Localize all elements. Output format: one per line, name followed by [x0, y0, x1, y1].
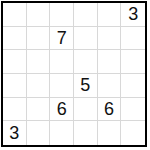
- cell-r1c1[interactable]: [3, 3, 27, 27]
- cell-r2c6[interactable]: [121, 27, 145, 51]
- cell-r5c1[interactable]: [3, 98, 27, 122]
- cell-r3c5[interactable]: [98, 50, 122, 74]
- cell-r3c6[interactable]: [121, 50, 145, 74]
- cell-r5c4[interactable]: [74, 98, 98, 122]
- cell-r6c2[interactable]: [27, 121, 51, 145]
- cell-r6c6[interactable]: [121, 121, 145, 145]
- cell-r1c4[interactable]: [74, 3, 98, 27]
- cell-r3c2[interactable]: [27, 50, 51, 74]
- cell-r6c3[interactable]: [50, 121, 74, 145]
- cell-r3c4[interactable]: [74, 50, 98, 74]
- cell-r6c5[interactable]: [98, 121, 122, 145]
- cell-r3c1[interactable]: [3, 50, 27, 74]
- cell-r5c6[interactable]: [121, 98, 145, 122]
- cell-r4c6[interactable]: [121, 74, 145, 98]
- clue-cell-r4c4: 5: [74, 74, 98, 98]
- cell-r2c2[interactable]: [27, 27, 51, 51]
- cell-r4c2[interactable]: [27, 74, 51, 98]
- cell-r1c2[interactable]: [27, 3, 51, 27]
- cell-r4c1[interactable]: [3, 74, 27, 98]
- cell-r4c3[interactable]: [50, 74, 74, 98]
- clue-cell-r6c1: 3: [3, 121, 27, 145]
- cell-r3c3[interactable]: [50, 50, 74, 74]
- clue-cell-r5c3: 6: [50, 98, 74, 122]
- clue-cell-r1c6: 3: [121, 3, 145, 27]
- minesweeper-board: 375663: [1, 1, 147, 147]
- cell-r2c5[interactable]: [98, 27, 122, 51]
- cell-r1c3[interactable]: [50, 3, 74, 27]
- cell-r2c1[interactable]: [3, 27, 27, 51]
- clue-cell-r2c3: 7: [50, 27, 74, 51]
- cell-r1c5[interactable]: [98, 3, 122, 27]
- cell-r6c4[interactable]: [74, 121, 98, 145]
- cell-r5c2[interactable]: [27, 98, 51, 122]
- cell-r2c4[interactable]: [74, 27, 98, 51]
- clue-cell-r5c5: 6: [98, 98, 122, 122]
- cell-r4c5[interactable]: [98, 74, 122, 98]
